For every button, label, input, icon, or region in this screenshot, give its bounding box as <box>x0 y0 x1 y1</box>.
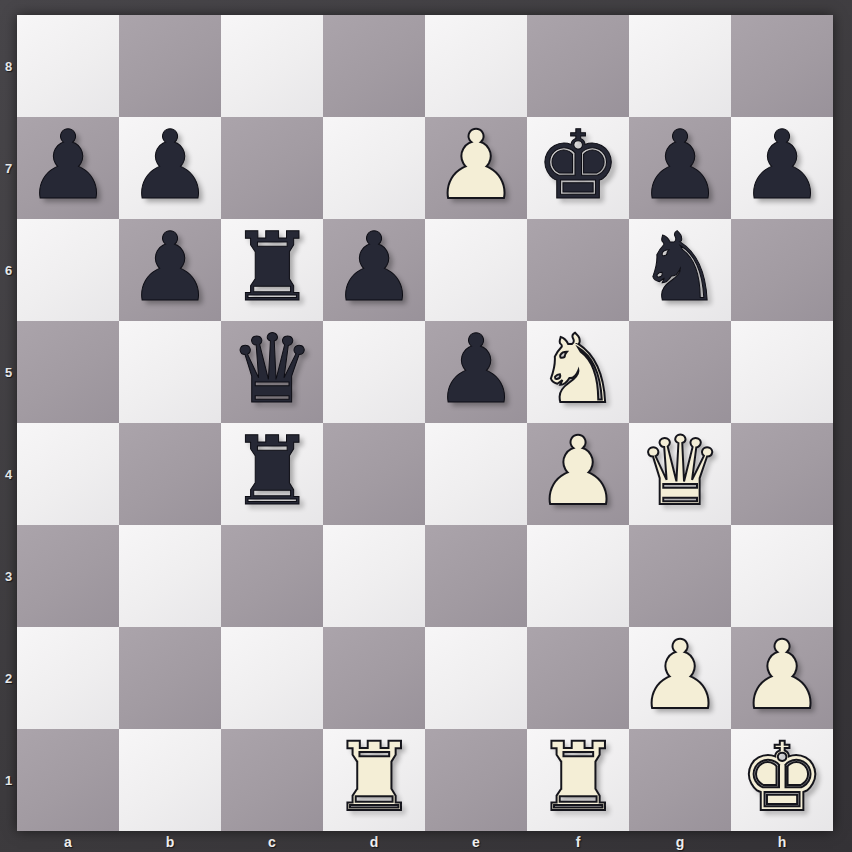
piece-white-pawn[interactable]: ♟ <box>739 628 824 723</box>
square-c4[interactable]: ♜ <box>221 423 323 525</box>
piece-black-rook[interactable]: ♜ <box>229 220 314 315</box>
square-a2[interactable] <box>17 627 119 729</box>
file-label-e: e <box>425 831 527 852</box>
square-f2[interactable] <box>527 627 629 729</box>
square-h4[interactable] <box>731 423 833 525</box>
piece-black-pawn[interactable]: ♟ <box>127 118 212 213</box>
file-label-g: g <box>629 831 731 852</box>
square-g8[interactable] <box>629 15 731 117</box>
square-g3[interactable] <box>629 525 731 627</box>
square-e1[interactable] <box>425 729 527 831</box>
square-d3[interactable] <box>323 525 425 627</box>
square-h5[interactable] <box>731 321 833 423</box>
file-label-d: d <box>323 831 425 852</box>
file-label-h: h <box>731 831 833 852</box>
square-c2[interactable] <box>221 627 323 729</box>
piece-black-king[interactable]: ♚ <box>535 118 620 213</box>
piece-white-pawn[interactable]: ♟ <box>433 118 518 213</box>
square-d4[interactable] <box>323 423 425 525</box>
piece-black-rook[interactable]: ♜ <box>229 424 314 519</box>
square-b2[interactable] <box>119 627 221 729</box>
square-h7[interactable]: ♟ <box>731 117 833 219</box>
square-h2[interactable]: ♟ <box>731 627 833 729</box>
piece-black-pawn[interactable]: ♟ <box>331 220 416 315</box>
square-h1[interactable]: ♚ <box>731 729 833 831</box>
chessboard: ♟♟♟♚♟♟♟♜♟♞♛♟♞♜♟♛♟♟♜♜♚ <box>17 15 833 831</box>
square-e4[interactable] <box>425 423 527 525</box>
square-b5[interactable] <box>119 321 221 423</box>
piece-white-knight[interactable]: ♞ <box>535 322 620 417</box>
piece-black-pawn[interactable]: ♟ <box>127 220 212 315</box>
square-e2[interactable] <box>425 627 527 729</box>
square-a1[interactable] <box>17 729 119 831</box>
rank-label-6: 6 <box>0 219 17 321</box>
file-labels: abcdefgh <box>17 831 833 852</box>
chessboard-frame: 87654321 abcdefgh ♟♟♟♚♟♟♟♜♟♞♛♟♞♜♟♛♟♟♜♜♚ <box>0 0 852 852</box>
square-h3[interactable] <box>731 525 833 627</box>
file-label-f: f <box>527 831 629 852</box>
square-a3[interactable] <box>17 525 119 627</box>
square-e3[interactable] <box>425 525 527 627</box>
square-f8[interactable] <box>527 15 629 117</box>
square-b7[interactable]: ♟ <box>119 117 221 219</box>
square-c1[interactable] <box>221 729 323 831</box>
square-d5[interactable] <box>323 321 425 423</box>
square-a4[interactable] <box>17 423 119 525</box>
square-b4[interactable] <box>119 423 221 525</box>
square-c7[interactable] <box>221 117 323 219</box>
square-b6[interactable]: ♟ <box>119 219 221 321</box>
square-g1[interactable] <box>629 729 731 831</box>
square-h6[interactable] <box>731 219 833 321</box>
rank-label-7: 7 <box>0 117 17 219</box>
piece-black-pawn[interactable]: ♟ <box>25 118 110 213</box>
square-b3[interactable] <box>119 525 221 627</box>
file-label-c: c <box>221 831 323 852</box>
square-a5[interactable] <box>17 321 119 423</box>
square-c5[interactable]: ♛ <box>221 321 323 423</box>
square-g6[interactable]: ♞ <box>629 219 731 321</box>
square-d8[interactable] <box>323 15 425 117</box>
square-f7[interactable]: ♚ <box>527 117 629 219</box>
rank-label-2: 2 <box>0 627 17 729</box>
rank-label-5: 5 <box>0 321 17 423</box>
square-c3[interactable] <box>221 525 323 627</box>
square-e6[interactable] <box>425 219 527 321</box>
square-a8[interactable] <box>17 15 119 117</box>
piece-black-knight[interactable]: ♞ <box>637 220 722 315</box>
square-b1[interactable] <box>119 729 221 831</box>
square-e7[interactable]: ♟ <box>425 117 527 219</box>
piece-black-pawn[interactable]: ♟ <box>433 322 518 417</box>
square-f5[interactable]: ♞ <box>527 321 629 423</box>
rank-label-3: 3 <box>0 525 17 627</box>
square-g2[interactable]: ♟ <box>629 627 731 729</box>
square-f3[interactable] <box>527 525 629 627</box>
square-g4[interactable]: ♛ <box>629 423 731 525</box>
piece-white-pawn[interactable]: ♟ <box>535 424 620 519</box>
square-a6[interactable] <box>17 219 119 321</box>
square-d7[interactable] <box>323 117 425 219</box>
rank-label-4: 4 <box>0 423 17 525</box>
square-c6[interactable]: ♜ <box>221 219 323 321</box>
square-d1[interactable]: ♜ <box>323 729 425 831</box>
square-d2[interactable] <box>323 627 425 729</box>
square-f6[interactable] <box>527 219 629 321</box>
rank-label-1: 1 <box>0 729 17 831</box>
piece-white-queen[interactable]: ♛ <box>637 424 722 519</box>
square-g5[interactable] <box>629 321 731 423</box>
piece-black-queen[interactable]: ♛ <box>229 322 314 417</box>
piece-white-rook[interactable]: ♜ <box>535 730 620 825</box>
rank-label-8: 8 <box>0 15 17 117</box>
square-d6[interactable]: ♟ <box>323 219 425 321</box>
square-e8[interactable] <box>425 15 527 117</box>
piece-black-pawn[interactable]: ♟ <box>637 118 722 213</box>
file-label-a: a <box>17 831 119 852</box>
square-g7[interactable]: ♟ <box>629 117 731 219</box>
rank-labels: 87654321 <box>0 15 17 831</box>
square-b8[interactable] <box>119 15 221 117</box>
square-h8[interactable] <box>731 15 833 117</box>
square-a7[interactable]: ♟ <box>17 117 119 219</box>
piece-black-pawn[interactable]: ♟ <box>739 118 824 213</box>
square-c8[interactable] <box>221 15 323 117</box>
piece-white-rook[interactable]: ♜ <box>331 730 416 825</box>
square-e5[interactable]: ♟ <box>425 321 527 423</box>
square-f4[interactable]: ♟ <box>527 423 629 525</box>
piece-white-pawn[interactable]: ♟ <box>637 628 722 723</box>
piece-white-king[interactable]: ♚ <box>739 730 824 825</box>
square-f1[interactable]: ♜ <box>527 729 629 831</box>
file-label-b: b <box>119 831 221 852</box>
